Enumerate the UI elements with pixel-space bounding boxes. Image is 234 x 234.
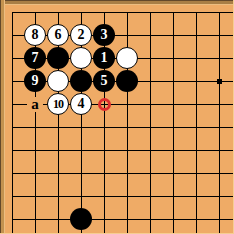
diagram-cut-edge-right bbox=[233, 0, 234, 234]
go-diagram: 86237195104a bbox=[0, 0, 234, 234]
stone-white-F17 bbox=[116, 47, 138, 69]
stone-white-D18-move-2: 2 bbox=[70, 24, 92, 46]
red-circle-marker-E15 bbox=[98, 98, 111, 111]
stone-black-E16-move-5: 5 bbox=[93, 70, 115, 92]
stone-white-C18-move-6: 6 bbox=[47, 24, 69, 46]
stone-black-B17-move-7: 7 bbox=[24, 47, 46, 69]
stone-white-D15-move-4: 4 bbox=[70, 93, 92, 115]
stone-white-C15-move-10: 10 bbox=[47, 93, 69, 115]
diagram-cut-edge-bottom bbox=[0, 233, 234, 234]
stone-white-C16 bbox=[47, 70, 69, 92]
stone-black-F16 bbox=[116, 70, 138, 92]
stone-black-E18-move-3: 3 bbox=[93, 24, 115, 46]
stone-white-B18-move-8: 8 bbox=[24, 24, 46, 46]
point-label-a-B15: a bbox=[27, 97, 43, 112]
stone-white-D17 bbox=[70, 47, 92, 69]
stone-black-B16-move-9: 9 bbox=[24, 70, 46, 92]
board-frame-top bbox=[0, 0, 234, 5]
star-point-K16 bbox=[217, 79, 222, 84]
stone-black-C17 bbox=[47, 47, 69, 69]
grid-lines bbox=[12, 12, 234, 234]
stone-black-D10 bbox=[70, 208, 92, 230]
board-frame-left bbox=[0, 0, 5, 234]
stone-black-E17-move-1: 1 bbox=[93, 47, 115, 69]
stone-black-D16 bbox=[70, 70, 92, 92]
